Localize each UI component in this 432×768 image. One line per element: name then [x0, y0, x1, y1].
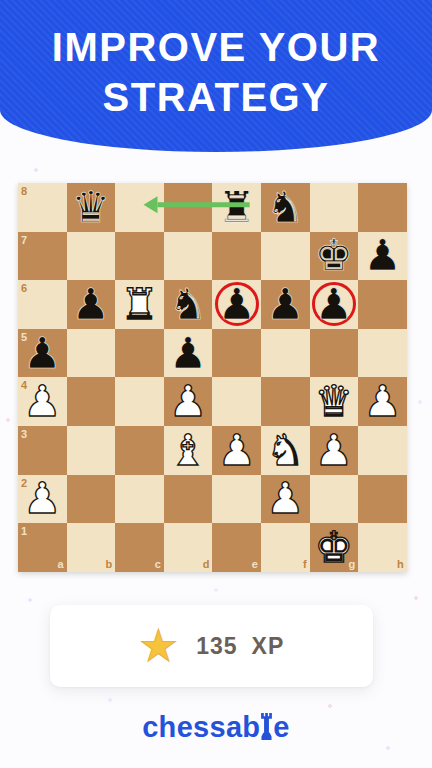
square-h6[interactable] — [358, 280, 407, 329]
square-d3[interactable]: ♝ — [164, 426, 213, 475]
header-title-line2: STRATEGY — [103, 75, 330, 119]
square-d6[interactable]: ♞ — [164, 280, 213, 329]
square-h8[interactable] — [358, 183, 407, 232]
black-pawn-g6[interactable]: ♟ — [310, 280, 359, 329]
rank-label-1: 1 — [21, 525, 27, 537]
black-pawn-d5[interactable]: ♟ — [164, 329, 213, 378]
header-title-line1: IMPROVE YOUR — [52, 25, 380, 69]
square-f3[interactable]: ♞ — [261, 426, 310, 475]
square-g3[interactable]: ♟ — [310, 426, 359, 475]
square-a4[interactable]: 4♟ — [18, 377, 67, 426]
square-g5[interactable] — [310, 329, 359, 378]
white-pawn-a4[interactable]: ♟ — [18, 377, 67, 426]
rank-label-7: 7 — [21, 234, 27, 246]
xp-text: 135XP — [196, 633, 284, 660]
square-a3[interactable]: 3 — [18, 426, 67, 475]
file-label-b: b — [105, 558, 112, 570]
rank-label-6: 6 — [21, 282, 27, 294]
white-pawn-f2[interactable]: ♟ — [261, 475, 310, 524]
black-queen-b8[interactable]: ♛ — [67, 183, 116, 232]
square-a6[interactable]: 6 — [18, 280, 67, 329]
square-e3[interactable]: ♟ — [212, 426, 261, 475]
square-f6[interactable]: ♟ — [261, 280, 310, 329]
white-bishop-d3[interactable]: ♝ — [164, 426, 213, 475]
square-a2[interactable]: 2♟ — [18, 475, 67, 524]
square-a5[interactable]: 5♟ — [18, 329, 67, 378]
file-label-a: a — [57, 558, 63, 570]
logo-text-pre: chessab — [142, 711, 260, 743]
square-b5[interactable] — [67, 329, 116, 378]
square-c6[interactable]: ♜ — [115, 280, 164, 329]
white-king-g1[interactable]: ♚ — [310, 523, 359, 572]
file-label-c: c — [155, 558, 161, 570]
square-b2[interactable] — [67, 475, 116, 524]
square-c3[interactable] — [115, 426, 164, 475]
square-c2[interactable] — [115, 475, 164, 524]
square-e1[interactable]: e — [212, 523, 261, 572]
square-g4[interactable]: ♛ — [310, 377, 359, 426]
square-d8[interactable] — [164, 183, 213, 232]
white-pawn-a2[interactable]: ♟ — [18, 475, 67, 524]
xp-label: XP — [252, 633, 285, 659]
header-title: IMPROVE YOUR STRATEGY — [0, 22, 432, 122]
square-a1[interactable]: 1a — [18, 523, 67, 572]
square-c1[interactable]: c — [115, 523, 164, 572]
black-pawn-a5[interactable]: ♟ — [18, 329, 67, 378]
black-pawn-b6[interactable]: ♟ — [67, 280, 116, 329]
rook-letter-l-icon — [261, 713, 272, 740]
promo-page: IMPROVE YOUR STRATEGY 8♛♜♞7♚♟6♟♜♞♟♟♟5♟♟4… — [0, 0, 432, 768]
square-e6[interactable]: ♟ — [212, 280, 261, 329]
square-f2[interactable]: ♟ — [261, 475, 310, 524]
square-d4[interactable]: ♟ — [164, 377, 213, 426]
rank-label-8: 8 — [21, 185, 27, 197]
square-a8[interactable]: 8 — [18, 183, 67, 232]
square-e8[interactable]: ♜ — [212, 183, 261, 232]
white-pawn-g3[interactable]: ♟ — [310, 426, 359, 475]
chess-board: 8♛♜♞7♚♟6♟♜♞♟♟♟5♟♟4♟♟♛♟3♝♟♞♟2♟♟1abcdefg♚h — [18, 183, 407, 572]
square-f1[interactable]: f — [261, 523, 310, 572]
square-b8[interactable]: ♛ — [67, 183, 116, 232]
square-f8[interactable]: ♞ — [261, 183, 310, 232]
square-g2[interactable] — [310, 475, 359, 524]
black-king-g7[interactable]: ♚ — [310, 232, 359, 281]
square-h7[interactable]: ♟ — [358, 232, 407, 281]
square-b3[interactable] — [67, 426, 116, 475]
white-queen-g4[interactable]: ♛ — [310, 377, 359, 426]
square-c5[interactable] — [115, 329, 164, 378]
square-d2[interactable] — [164, 475, 213, 524]
square-e7[interactable] — [212, 232, 261, 281]
square-e5[interactable] — [212, 329, 261, 378]
square-b6[interactable]: ♟ — [67, 280, 116, 329]
black-knight-d6[interactable]: ♞ — [164, 280, 213, 329]
square-g1[interactable]: g♚ — [310, 523, 359, 572]
white-rook-c6[interactable]: ♜ — [115, 280, 164, 329]
square-a7[interactable]: 7 — [18, 232, 67, 281]
logo-text-post: e — [273, 711, 289, 743]
square-d5[interactable]: ♟ — [164, 329, 213, 378]
xp-badge-card: ★ 135XP — [50, 605, 373, 687]
file-label-f: f — [303, 558, 307, 570]
black-pawn-e6[interactable]: ♟ — [212, 280, 261, 329]
file-label-d: d — [203, 558, 210, 570]
black-knight-f8[interactable]: ♞ — [261, 183, 310, 232]
white-pawn-h4[interactable]: ♟ — [358, 377, 407, 426]
header-banner: IMPROVE YOUR STRATEGY — [0, 0, 432, 152]
white-pawn-d4[interactable]: ♟ — [164, 377, 213, 426]
square-h4[interactable]: ♟ — [358, 377, 407, 426]
chessable-logo: chessabe — [0, 711, 432, 744]
square-h5[interactable] — [358, 329, 407, 378]
square-h2[interactable] — [358, 475, 407, 524]
star-icon: ★ — [139, 624, 178, 668]
square-e4[interactable] — [212, 377, 261, 426]
square-g6[interactable]: ♟ — [310, 280, 359, 329]
white-knight-f3[interactable]: ♞ — [261, 426, 310, 475]
white-pawn-e3[interactable]: ♟ — [212, 426, 261, 475]
square-d1[interactable]: d — [164, 523, 213, 572]
square-b1[interactable]: b — [67, 523, 116, 572]
black-rook-e8[interactable]: ♜ — [212, 183, 261, 232]
square-f5[interactable] — [261, 329, 310, 378]
file-label-h: h — [397, 558, 404, 570]
square-f7[interactable] — [261, 232, 310, 281]
square-h3[interactable] — [358, 426, 407, 475]
square-b7[interactable] — [67, 232, 116, 281]
square-d7[interactable] — [164, 232, 213, 281]
square-c4[interactable] — [115, 377, 164, 426]
square-h1[interactable]: h — [358, 523, 407, 572]
black-pawn-f6[interactable]: ♟ — [261, 280, 310, 329]
square-b4[interactable] — [67, 377, 116, 426]
square-e2[interactable] — [212, 475, 261, 524]
rank-label-3: 3 — [21, 428, 27, 440]
xp-value: 135 — [196, 633, 237, 659]
black-pawn-h7[interactable]: ♟ — [358, 232, 407, 281]
file-label-e: e — [252, 558, 258, 570]
square-f4[interactable] — [261, 377, 310, 426]
square-c8[interactable] — [115, 183, 164, 232]
square-g8[interactable] — [310, 183, 359, 232]
square-c7[interactable] — [115, 232, 164, 281]
square-g7[interactable]: ♚ — [310, 232, 359, 281]
